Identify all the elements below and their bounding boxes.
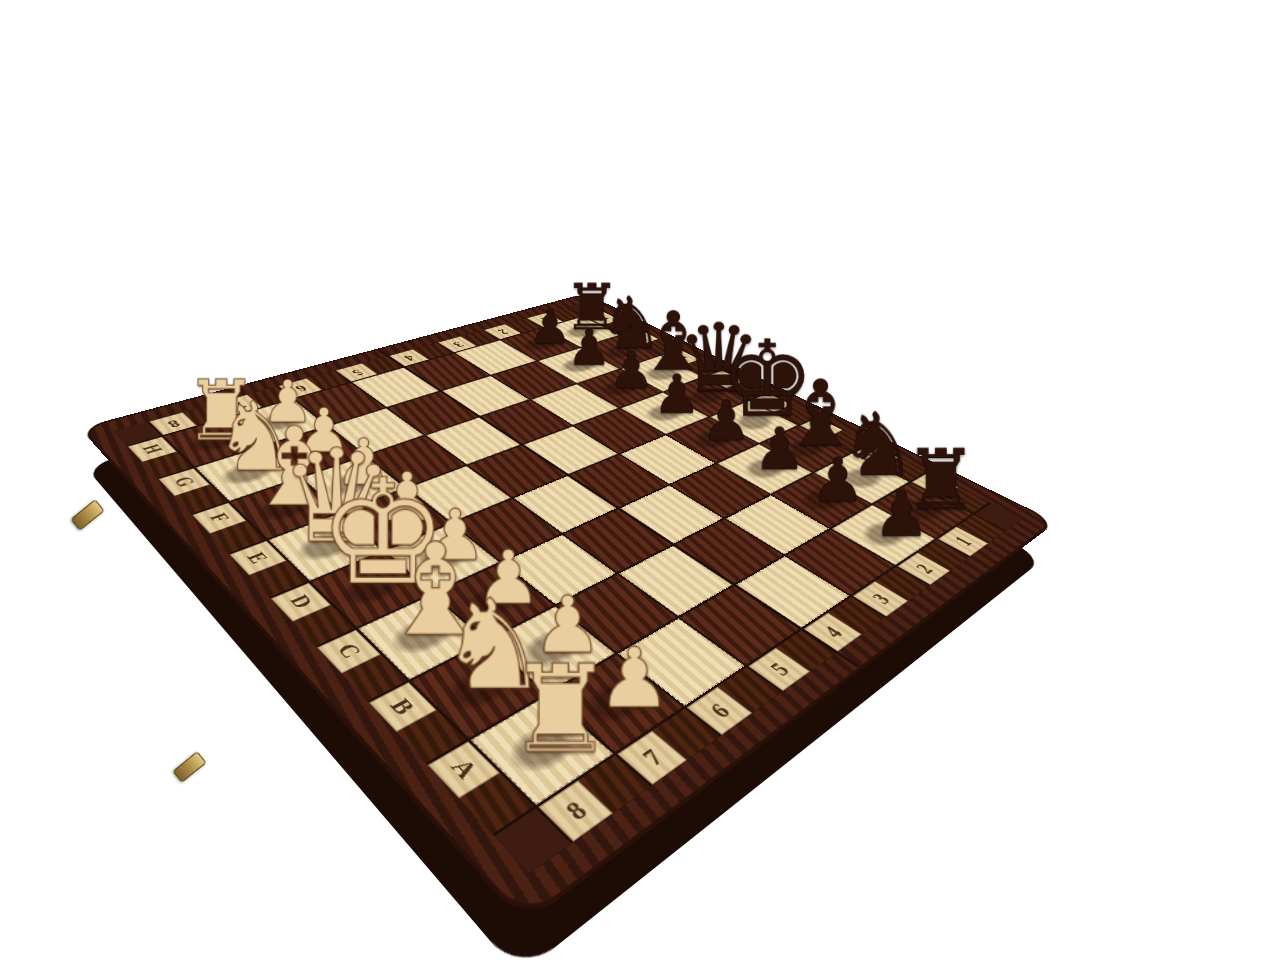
chess-board: 87654321H♜♟♟♜HG♞♟♟♞GF♝♟♟♝FE♛♟♟♛ED♚♟♟♚DC♝… [80, 293, 1057, 925]
photo-backdrop: 87654321H♜♟♟♜HG♞♟♟♞GF♝♟♟♝FE♛♟♟♛ED♚♟♟♚DC♝… [0, 0, 1280, 960]
brass-hinge [70, 499, 104, 531]
board-grid: 87654321H♜♟♟♜HG♞♟♟♞GF♝♟♟♝FE♛♟♟♛ED♚♟♟♚DC♝… [113, 302, 1022, 873]
piece-white-rook: ♜ [467, 653, 653, 764]
brass-hinge [172, 751, 206, 783]
piece-black-pawn: ♟ [835, 485, 969, 544]
